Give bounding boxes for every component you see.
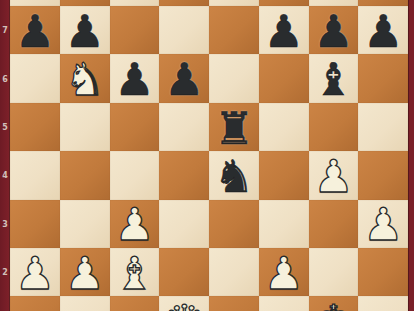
- square-d7[interactable]: [159, 6, 209, 54]
- square-b5[interactable]: [60, 103, 110, 151]
- square-e1[interactable]: [209, 296, 259, 311]
- black-rook-a8: ♜: [15, 0, 55, 5]
- square-h1[interactable]: [358, 296, 408, 311]
- square-a3[interactable]: [10, 200, 60, 248]
- square-c4[interactable]: [110, 151, 160, 199]
- square-a1[interactable]: [10, 296, 60, 311]
- square-g2[interactable]: [309, 248, 359, 296]
- square-c6[interactable]: ♟: [110, 54, 160, 102]
- square-e4[interactable]: ♞: [209, 151, 259, 199]
- rank-label-6: 6: [0, 74, 10, 83]
- chess-diagram: ♜♛♚♟♟♟♟♟♞♟♟♝♜♞♟♟♟♟♟♝♟♛♚ 765432: [0, 0, 414, 311]
- square-c2[interactable]: ♝: [110, 248, 160, 296]
- square-h2[interactable]: [358, 248, 408, 296]
- rank-label-4: 4: [0, 171, 10, 180]
- black-pawn-d6: ♟: [164, 57, 204, 102]
- black-pawn-g7: ♟: [313, 9, 353, 54]
- white-pawn-h3: ♟: [363, 202, 403, 247]
- square-e3[interactable]: [209, 200, 259, 248]
- square-h6[interactable]: [358, 54, 408, 102]
- square-g3[interactable]: [309, 200, 359, 248]
- white-pawn-g4: ♟: [313, 154, 353, 199]
- square-e5[interactable]: ♜: [209, 103, 259, 151]
- black-pawn-c6: ♟: [114, 57, 154, 102]
- square-g5[interactable]: [309, 103, 359, 151]
- black-rook-e5: ♜: [214, 106, 254, 151]
- black-bishop-g6: ♝: [313, 57, 353, 102]
- square-c1[interactable]: [110, 296, 160, 311]
- white-bishop-c2: ♝: [114, 251, 154, 296]
- square-d5[interactable]: [159, 103, 209, 151]
- square-e2[interactable]: [209, 248, 259, 296]
- square-a2[interactable]: ♟: [10, 248, 60, 296]
- square-b1[interactable]: [60, 296, 110, 311]
- square-g6[interactable]: ♝: [309, 54, 359, 102]
- white-pawn-b2: ♟: [64, 251, 104, 296]
- square-c5[interactable]: [110, 103, 160, 151]
- square-h4[interactable]: [358, 151, 408, 199]
- rank-label-3: 3: [0, 219, 10, 228]
- square-a6[interactable]: [10, 54, 60, 102]
- white-king-g1: ♚: [313, 299, 353, 311]
- white-pawn-c3: ♟: [114, 202, 154, 247]
- square-d2[interactable]: [159, 248, 209, 296]
- square-f4[interactable]: [259, 151, 309, 199]
- black-pawn-h7: ♟: [363, 9, 403, 54]
- black-pawn-a7: ♟: [15, 9, 55, 54]
- white-pawn-a2: ♟: [15, 251, 55, 296]
- square-g1[interactable]: ♚: [309, 296, 359, 311]
- square-f3[interactable]: [259, 200, 309, 248]
- white-queen-d1: ♛: [164, 299, 204, 311]
- square-a5[interactable]: [10, 103, 60, 151]
- square-h7[interactable]: ♟: [358, 6, 408, 54]
- square-e6[interactable]: [209, 54, 259, 102]
- black-king-g8: ♚: [313, 0, 353, 5]
- rank-label-5: 5: [0, 123, 10, 132]
- square-b4[interactable]: [60, 151, 110, 199]
- chess-board: ♜♛♚♟♟♟♟♟♞♟♟♝♜♞♟♟♟♟♟♝♟♛♚: [10, 0, 408, 311]
- white-pawn-f2: ♟: [263, 251, 303, 296]
- white-knight-b6: ♞: [64, 57, 104, 102]
- square-f1[interactable]: [259, 296, 309, 311]
- square-d1[interactable]: ♛: [159, 296, 209, 311]
- black-pawn-b7: ♟: [64, 9, 104, 54]
- square-g7[interactable]: ♟: [309, 6, 359, 54]
- square-b2[interactable]: ♟: [60, 248, 110, 296]
- square-a4[interactable]: [10, 151, 60, 199]
- square-b3[interactable]: [60, 200, 110, 248]
- square-e7[interactable]: [209, 6, 259, 54]
- black-knight-e4: ♞: [214, 154, 254, 199]
- square-g4[interactable]: ♟: [309, 151, 359, 199]
- square-b7[interactable]: ♟: [60, 6, 110, 54]
- square-f2[interactable]: ♟: [259, 248, 309, 296]
- square-d3[interactable]: [159, 200, 209, 248]
- square-f6[interactable]: [259, 54, 309, 102]
- square-h3[interactable]: ♟: [358, 200, 408, 248]
- black-pawn-f7: ♟: [263, 9, 303, 54]
- square-d4[interactable]: [159, 151, 209, 199]
- square-a7[interactable]: ♟: [10, 6, 60, 54]
- rank-label-2: 2: [0, 268, 10, 277]
- black-queen-d8: ♛: [164, 0, 204, 5]
- square-h5[interactable]: [358, 103, 408, 151]
- square-b6[interactable]: ♞: [60, 54, 110, 102]
- rank-label-7: 7: [0, 26, 10, 35]
- square-f5[interactable]: [259, 103, 309, 151]
- square-d6[interactable]: ♟: [159, 54, 209, 102]
- square-c7[interactable]: [110, 6, 160, 54]
- square-c3[interactable]: ♟: [110, 200, 160, 248]
- square-f7[interactable]: ♟: [259, 6, 309, 54]
